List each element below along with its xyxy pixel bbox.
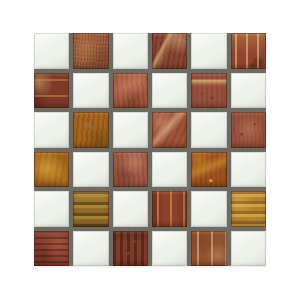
tile-r3c2-stone (113, 152, 148, 188)
tile-r1c5-white (231, 73, 266, 109)
tile-r1c3-white (152, 73, 187, 109)
tile-r5c3-white (152, 231, 187, 267)
tile-r0c0-white (34, 33, 69, 69)
tile-r0c4-white (191, 33, 226, 69)
tile-r2c5-stone (231, 112, 266, 148)
tile-r2c4-white (191, 112, 226, 148)
tile-r5c5-white (231, 231, 266, 267)
tile-r4c4-white (191, 191, 226, 227)
tile-r2c0-white (34, 112, 69, 148)
tile-r1c1-white (73, 73, 108, 109)
tile-r3c0-stone (34, 152, 69, 188)
tile-r1c0-stone (34, 73, 69, 109)
mosaic-board (34, 33, 266, 266)
tile-r2c1-stone (73, 112, 108, 148)
tile-r4c1-stone (73, 191, 108, 227)
tile-r0c5-stone (231, 33, 266, 69)
tile-r4c2-white (113, 191, 148, 227)
tile-r3c5-white (231, 152, 266, 188)
tile-r5c1-white (73, 231, 108, 267)
tile-r5c0-stone (34, 231, 69, 267)
mosaic-product-photo (0, 0, 300, 300)
tile-r0c1-stone (73, 33, 108, 69)
tile-r4c0-white (34, 191, 69, 227)
tile-r1c2-stone (113, 73, 148, 109)
tile-r3c3-white (152, 152, 187, 188)
tile-r3c4-stone (191, 152, 226, 188)
tile-r1c4-stone (191, 73, 226, 109)
tile-r5c4-stone (191, 231, 226, 267)
tile-r0c3-stone (152, 33, 187, 69)
tile-r2c2-white (113, 112, 148, 148)
tile-r4c5-stone (231, 191, 266, 227)
tile-r2c3-stone (152, 112, 187, 148)
tile-r5c2-stone (113, 231, 148, 267)
tile-r4c3-stone (152, 191, 187, 227)
tile-r0c2-white (113, 33, 148, 69)
tile-r3c1-white (73, 152, 108, 188)
